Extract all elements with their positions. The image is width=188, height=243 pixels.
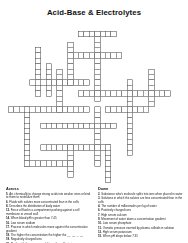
clue-item: 19. Negatively charged ions (6, 237, 92, 241)
across-clues-section: Across 5. Act chemically to change stron… (6, 186, 92, 243)
grid-cell (67, 80, 73, 86)
clue-item: 18. The higher the concentration the hig… (6, 233, 92, 237)
clue-item: 7. High serum calcium (98, 213, 184, 217)
clue-item: 13. Force of fluid in a compartment push… (6, 209, 92, 216)
clue-text: Osmotic pressure exerted by plasma collo… (103, 226, 175, 229)
clue-item: 5. Act chemically to change strong acids… (6, 192, 92, 199)
clue-text: Describes the distribution of body water (9, 204, 60, 207)
grid-cell (67, 171, 73, 177)
clue-item: 6. Fluids with solutes more concentrated… (6, 200, 92, 204)
grid-cell (24, 161, 30, 167)
grid-cell (35, 90, 41, 96)
grid-cell (116, 53, 122, 59)
clue-text: When pH drops below 7.35 (103, 234, 138, 237)
worksheet-page: Acid-Base & Electrolytes Across 5. Act c… (0, 0, 188, 243)
crossword-grid (8, 31, 187, 183)
clue-item: 2. Substance who's molecule splits into … (98, 192, 184, 196)
clue-item: 11. Osmotic pressure exerted by plasma c… (98, 226, 184, 230)
grid-cell (111, 123, 117, 129)
grid-cell (57, 107, 63, 113)
grid-cell (84, 107, 90, 113)
grid-cell (84, 80, 90, 86)
clue-text: The higher the concentration the higher … (11, 233, 83, 236)
clue-text: Fluids with solutes more concentrated th… (9, 200, 79, 203)
clue-text: Solutions in which the solutes are less … (98, 196, 182, 203)
across-clue-list: 5. Act chemically to change strong acids… (6, 192, 92, 243)
across-heading: Across (6, 186, 92, 191)
clue-item: 12. High serum potassium (98, 230, 184, 234)
clue-text: Positively charged ions (101, 209, 131, 212)
clue-text: High serum potassium (103, 230, 132, 233)
grid-cell (111, 31, 117, 37)
clue-item: 9. Movement of water down a concentratio… (98, 217, 184, 221)
clue-text: Substance who's molecule splits into ion… (101, 192, 182, 195)
grid-cell (148, 101, 154, 107)
clue-item: 6. Positively charged ions (98, 209, 184, 213)
clue-text: Low serum sodium (11, 221, 35, 224)
clue-text: Force of fluid in a compartment pushing … (6, 209, 79, 216)
clue-text: Process in which molecules move against … (6, 225, 88, 232)
clue-item: 17. Process in which molecules move agai… (6, 225, 92, 232)
puzzle-title: Acid-Base & Electrolytes (0, 8, 188, 17)
grid-cell (94, 161, 100, 167)
grid-cell (105, 177, 111, 183)
clue-item: 15. When pH drops below 7.35 (98, 234, 184, 238)
clue-text: Movement of water down a concentration g… (101, 217, 165, 220)
grid-cell (143, 107, 149, 113)
clue-text: Negatively charged ions (11, 237, 42, 240)
clue-text: The number of milliosmoles per kg of wat… (101, 204, 156, 207)
clue-text: Act chemically to change strong acids in… (6, 192, 90, 199)
clue-item: 3. Solutions in which the solutes are le… (98, 196, 184, 203)
grid-cell (46, 90, 52, 96)
clue-text: Low serum phosphate (103, 221, 132, 224)
grid-cell (94, 96, 100, 102)
clue-item: 16. Low serum sodium (6, 221, 92, 225)
clue-item: 10. Low serum phosphate (98, 221, 184, 225)
down-heading: Down (98, 186, 184, 191)
clue-item: 14. When blood pH is greater than 7.45 (6, 217, 92, 221)
grid-cell (127, 150, 133, 156)
grid-cell (165, 90, 171, 96)
down-clue-list: 2. Substance who's molecule splits into … (98, 192, 184, 238)
down-clues-section: Down 2. Substance who's molecule splits … (98, 186, 184, 239)
clue-text: High serum calcium (101, 213, 126, 216)
clue-item: 8. Describes the distribution of body wa… (6, 204, 92, 208)
clue-item: 4. The number of milliosmoles per kg of … (98, 204, 184, 208)
clue-text: When blood pH is greater than 7.45 (11, 217, 57, 220)
